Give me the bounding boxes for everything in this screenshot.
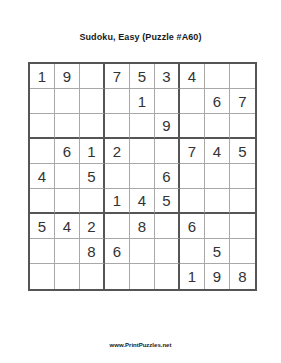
- cell-r4c2[interactable]: 6: [55, 139, 80, 164]
- cell-r1c1[interactable]: 1: [30, 64, 55, 89]
- cell-r6c7[interactable]: [180, 189, 205, 214]
- cell-r9c7[interactable]: 1: [180, 264, 205, 289]
- cell-r9c9[interactable]: 8: [230, 264, 255, 289]
- cell-r6c4[interactable]: 1: [105, 189, 130, 214]
- cell-r1c7[interactable]: 4: [180, 64, 205, 89]
- cell-r5c8[interactable]: [205, 164, 230, 189]
- cell-r2c6[interactable]: [155, 89, 180, 114]
- cell-r3c5[interactable]: [130, 114, 155, 139]
- cell-r9c3[interactable]: [80, 264, 105, 289]
- cell-r1c9[interactable]: [230, 64, 255, 89]
- cell-r7c8[interactable]: [205, 214, 230, 239]
- cell-r2c2[interactable]: [55, 89, 80, 114]
- cell-r1c6[interactable]: 3: [155, 64, 180, 89]
- cell-r5c6[interactable]: 6: [155, 164, 180, 189]
- cell-r7c4[interactable]: [105, 214, 130, 239]
- sudoku-board: 197534167961274545614554286865198: [28, 62, 257, 291]
- cell-r4c7[interactable]: 7: [180, 139, 205, 164]
- cell-r7c6[interactable]: [155, 214, 180, 239]
- cell-r3c6[interactable]: 9: [155, 114, 180, 139]
- cell-r5c3[interactable]: 5: [80, 164, 105, 189]
- cell-r8c5[interactable]: [130, 239, 155, 264]
- cell-r2c9[interactable]: 7: [230, 89, 255, 114]
- cell-r7c1[interactable]: 5: [30, 214, 55, 239]
- cell-r9c6[interactable]: [155, 264, 180, 289]
- cell-r9c5[interactable]: [130, 264, 155, 289]
- cell-r2c3[interactable]: [80, 89, 105, 114]
- cell-r2c1[interactable]: [30, 89, 55, 114]
- cell-r1c2[interactable]: 9: [55, 64, 80, 89]
- cell-r7c3[interactable]: 2: [80, 214, 105, 239]
- cell-r7c2[interactable]: 4: [55, 214, 80, 239]
- cell-r3c2[interactable]: [55, 114, 80, 139]
- cell-r2c4[interactable]: [105, 89, 130, 114]
- cell-r5c5[interactable]: [130, 164, 155, 189]
- cell-r5c1[interactable]: 4: [30, 164, 55, 189]
- cell-r4c1[interactable]: [30, 139, 55, 164]
- cell-r9c4[interactable]: [105, 264, 130, 289]
- cell-r4c5[interactable]: [130, 139, 155, 164]
- cell-r4c8[interactable]: 4: [205, 139, 230, 164]
- cell-r5c9[interactable]: [230, 164, 255, 189]
- cell-r6c8[interactable]: [205, 189, 230, 214]
- cell-r7c7[interactable]: 6: [180, 214, 205, 239]
- cell-r8c1[interactable]: [30, 239, 55, 264]
- cell-r8c8[interactable]: 5: [205, 239, 230, 264]
- cell-r6c5[interactable]: 4: [130, 189, 155, 214]
- cell-r8c6[interactable]: [155, 239, 180, 264]
- cell-r6c9[interactable]: [230, 189, 255, 214]
- cell-r5c4[interactable]: [105, 164, 130, 189]
- cell-r6c2[interactable]: [55, 189, 80, 214]
- cell-r5c2[interactable]: [55, 164, 80, 189]
- cell-r3c8[interactable]: [205, 114, 230, 139]
- footer-url: www.PrintPuzzles.net: [0, 342, 281, 348]
- page-title: Sudoku, Easy (Puzzle #A60): [0, 32, 281, 42]
- cell-r1c5[interactable]: 5: [130, 64, 155, 89]
- cell-r8c3[interactable]: 8: [80, 239, 105, 264]
- cell-r6c6[interactable]: 5: [155, 189, 180, 214]
- cell-r9c1[interactable]: [30, 264, 55, 289]
- cell-r9c2[interactable]: [55, 264, 80, 289]
- cell-r6c3[interactable]: [80, 189, 105, 214]
- cell-r4c3[interactable]: 1: [80, 139, 105, 164]
- cell-r2c5[interactable]: 1: [130, 89, 155, 114]
- cell-r3c3[interactable]: [80, 114, 105, 139]
- cell-r9c8[interactable]: 9: [205, 264, 230, 289]
- cell-r3c1[interactable]: [30, 114, 55, 139]
- cell-r4c4[interactable]: 2: [105, 139, 130, 164]
- cell-r3c9[interactable]: [230, 114, 255, 139]
- cell-r8c7[interactable]: [180, 239, 205, 264]
- cell-r4c6[interactable]: [155, 139, 180, 164]
- cell-r3c4[interactable]: [105, 114, 130, 139]
- cell-r3c7[interactable]: [180, 114, 205, 139]
- cell-r1c4[interactable]: 7: [105, 64, 130, 89]
- cell-r8c2[interactable]: [55, 239, 80, 264]
- cell-r4c9[interactable]: 5: [230, 139, 255, 164]
- cell-r7c5[interactable]: 8: [130, 214, 155, 239]
- cell-r1c8[interactable]: [205, 64, 230, 89]
- cell-r8c4[interactable]: 6: [105, 239, 130, 264]
- cell-r2c8[interactable]: 6: [205, 89, 230, 114]
- cell-r8c9[interactable]: [230, 239, 255, 264]
- cell-r5c7[interactable]: [180, 164, 205, 189]
- cell-r6c1[interactable]: [30, 189, 55, 214]
- cell-r7c9[interactable]: [230, 214, 255, 239]
- cell-r2c7[interactable]: [180, 89, 205, 114]
- sudoku-page: Sudoku, Easy (Puzzle #A60) 1975341679612…: [0, 0, 281, 363]
- cell-r1c3[interactable]: [80, 64, 105, 89]
